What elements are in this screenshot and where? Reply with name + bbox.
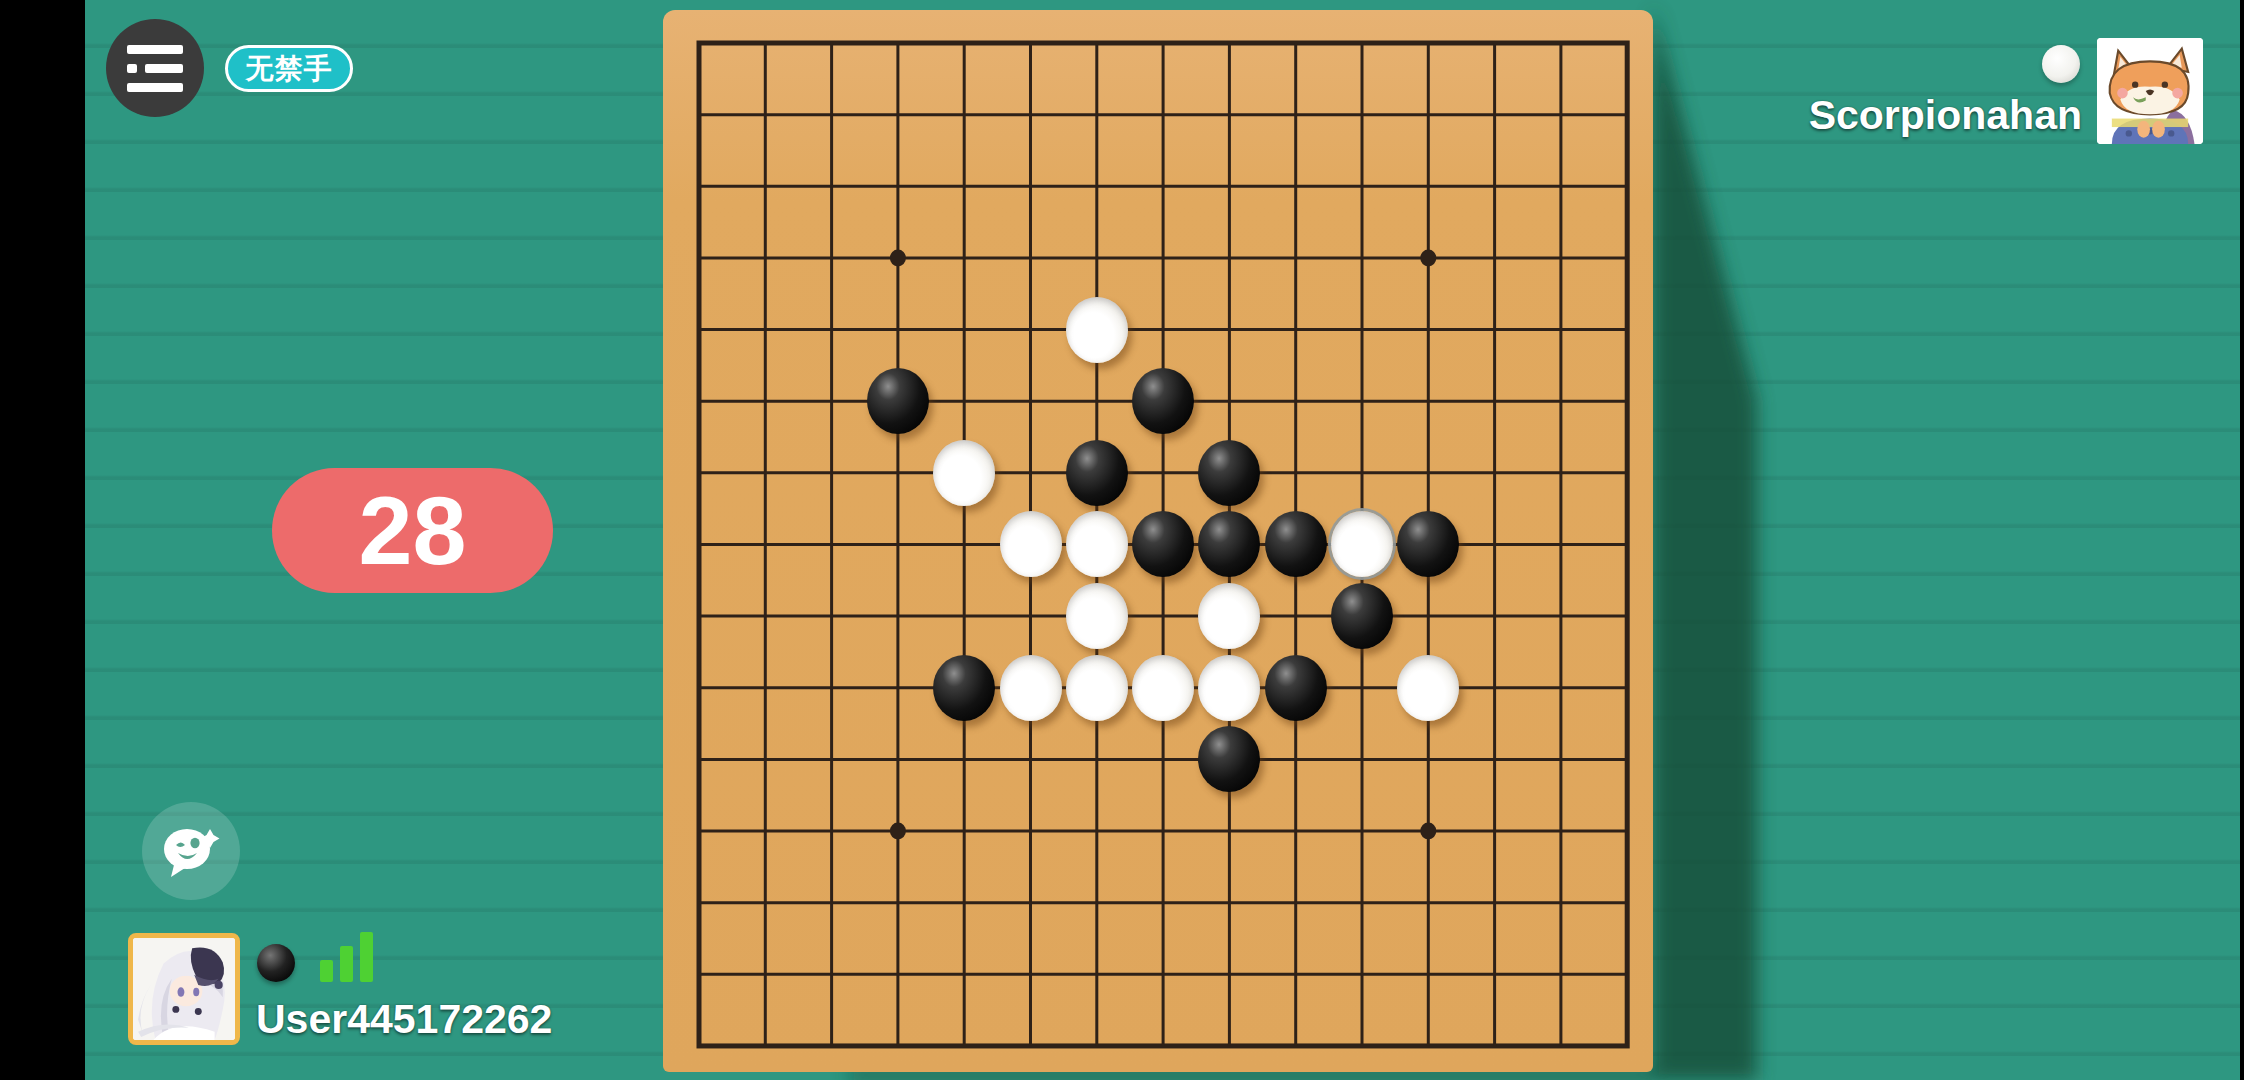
stone-white — [1066, 297, 1128, 363]
stone-black — [1331, 583, 1393, 649]
chat-button[interactable] — [142, 802, 240, 900]
stone-black — [1066, 440, 1128, 506]
game-screen: 无禁手 28 — [0, 0, 2244, 1080]
stone-white — [1066, 583, 1128, 649]
stone-white — [1000, 511, 1062, 577]
left-screen-bar — [0, 0, 85, 1080]
turn-timer: 28 — [272, 468, 553, 593]
stone-black — [1198, 511, 1260, 577]
stone-black — [1265, 655, 1327, 721]
stone-white — [1198, 655, 1260, 721]
stone-black — [1132, 368, 1194, 434]
stone-white — [1198, 583, 1260, 649]
menu-button[interactable] — [106, 19, 204, 117]
stone-white — [933, 440, 995, 506]
signal-strength-icon — [320, 932, 373, 982]
stone-white — [1331, 511, 1393, 577]
stone-white — [1000, 655, 1062, 721]
stone-black — [1198, 726, 1260, 792]
stone-black — [1397, 511, 1459, 577]
stone-white — [1397, 655, 1459, 721]
bottom-player-avatar[interactable] — [128, 933, 240, 1045]
goban-board[interactable] — [663, 10, 1653, 1072]
black-stone-icon — [257, 944, 295, 982]
stone-black — [1132, 511, 1194, 577]
shiba-dog-avatar-image — [2097, 38, 2203, 144]
stone-black — [1198, 440, 1260, 506]
stone-black — [1265, 511, 1327, 577]
stone-white — [1066, 511, 1128, 577]
stones-layer — [663, 10, 1653, 1072]
stone-black — [933, 655, 995, 721]
hamburger-menu-icon — [127, 45, 183, 54]
top-player-avatar[interactable] — [2097, 38, 2203, 144]
top-player-name: Scorpionahan — [1809, 92, 2082, 139]
bottom-player-name: User445172262 — [256, 996, 552, 1043]
stone-white — [1132, 655, 1194, 721]
white-stone-icon — [2042, 45, 2080, 83]
right-screen-bar — [2240, 0, 2244, 1080]
stone-black — [867, 368, 929, 434]
chat-emoji-sticker-icon — [160, 821, 222, 881]
anime-girl-avatar-image — [133, 938, 235, 1040]
stone-white — [1066, 655, 1128, 721]
rule-badge: 无禁手 — [225, 45, 353, 92]
